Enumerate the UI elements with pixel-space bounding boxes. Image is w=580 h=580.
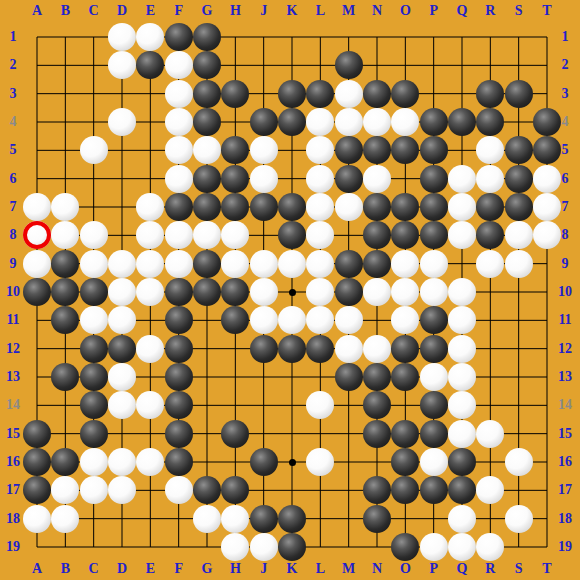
stone-black-A16[interactable] [23, 448, 51, 476]
stone-black-H3[interactable] [221, 80, 249, 108]
stone-white-C8[interactable] [80, 221, 108, 249]
col-label-top-P: P [429, 4, 438, 18]
stone-black-H15[interactable] [221, 420, 249, 448]
stone-black-F1[interactable] [165, 23, 193, 51]
stone-black-N15[interactable] [363, 420, 391, 448]
stone-black-F11[interactable] [165, 306, 193, 334]
stone-white-H18[interactable] [221, 505, 249, 533]
stone-white-P16[interactable] [420, 448, 448, 476]
stone-black-R3[interactable] [476, 80, 504, 108]
stone-black-M13[interactable] [335, 363, 363, 391]
stone-black-P17[interactable] [420, 476, 448, 504]
stone-black-J4[interactable] [250, 108, 278, 136]
row-label-left-6: 6 [10, 172, 17, 186]
stone-black-G10[interactable] [193, 278, 221, 306]
stone-black-F7[interactable] [165, 193, 193, 221]
row-label-left-15: 15 [6, 427, 20, 441]
col-label-top-S: S [515, 4, 523, 18]
stone-black-J12[interactable] [250, 335, 278, 363]
row-label-right-18: 18 [558, 512, 572, 526]
row-label-left-14: 14 [6, 398, 20, 412]
row-label-right-12: 12 [558, 342, 572, 356]
stone-white-J10[interactable] [250, 278, 278, 306]
row-label-left-1: 1 [10, 30, 17, 44]
stone-black-M6[interactable] [335, 165, 363, 193]
stone-black-N13[interactable] [363, 363, 391, 391]
stone-black-O12[interactable] [391, 335, 419, 363]
stone-white-J11[interactable] [250, 306, 278, 334]
stone-black-F14[interactable] [165, 391, 193, 419]
stone-white-M12[interactable] [335, 335, 363, 363]
stone-white-F4[interactable] [165, 108, 193, 136]
stone-white-C11[interactable] [80, 306, 108, 334]
stone-white-G18[interactable] [193, 505, 221, 533]
stone-black-K4[interactable] [278, 108, 306, 136]
row-label-right-9: 9 [562, 257, 569, 271]
col-label-top-O: O [400, 4, 411, 18]
col-label-bottom-A: A [32, 562, 42, 576]
stone-white-S9[interactable] [505, 250, 533, 278]
col-label-top-T: T [542, 4, 551, 18]
col-label-bottom-M: M [342, 562, 355, 576]
stone-black-D12[interactable] [108, 335, 136, 363]
row-label-right-11: 11 [558, 313, 571, 327]
stone-black-F10[interactable] [165, 278, 193, 306]
stone-black-H6[interactable] [221, 165, 249, 193]
row-label-right-3: 3 [562, 87, 569, 101]
stone-white-P19[interactable] [420, 533, 448, 561]
row-label-right-14: 14 [558, 398, 572, 412]
stone-black-G1[interactable] [193, 23, 221, 51]
row-label-left-18: 18 [6, 512, 20, 526]
stone-black-F12[interactable] [165, 335, 193, 363]
stone-black-Q16[interactable] [448, 448, 476, 476]
stone-white-Q7[interactable] [448, 193, 476, 221]
stone-black-K18[interactable] [278, 505, 306, 533]
row-label-left-10: 10 [6, 285, 20, 299]
col-label-bottom-D: D [117, 562, 127, 576]
stone-white-Q6[interactable] [448, 165, 476, 193]
col-label-bottom-E: E [146, 562, 155, 576]
row-label-left-5: 5 [10, 143, 17, 157]
row-label-right-2: 2 [562, 58, 569, 72]
col-label-top-L: L [316, 4, 325, 18]
stone-black-Q4[interactable] [448, 108, 476, 136]
row-label-left-4: 4 [10, 115, 17, 129]
stone-black-S7[interactable] [505, 193, 533, 221]
stone-black-G3[interactable] [193, 80, 221, 108]
stone-white-J5[interactable] [250, 136, 278, 164]
col-label-bottom-L: L [316, 562, 325, 576]
stone-white-M4[interactable] [335, 108, 363, 136]
stone-white-C9[interactable] [80, 250, 108, 278]
stone-black-L3[interactable] [306, 80, 334, 108]
row-label-right-7: 7 [562, 200, 569, 214]
stone-white-P10[interactable] [420, 278, 448, 306]
col-label-bottom-Q: Q [457, 562, 468, 576]
stone-black-P5[interactable] [420, 136, 448, 164]
stone-black-K3[interactable] [278, 80, 306, 108]
stone-white-Q10[interactable] [448, 278, 476, 306]
col-label-bottom-J: J [260, 562, 267, 576]
stone-black-P4[interactable] [420, 108, 448, 136]
col-label-bottom-S: S [515, 562, 523, 576]
stone-white-K9[interactable] [278, 250, 306, 278]
stone-black-M2[interactable] [335, 51, 363, 79]
row-label-right-1: 1 [562, 30, 569, 44]
stone-black-J18[interactable] [250, 505, 278, 533]
stone-white-F9[interactable] [165, 250, 193, 278]
col-label-bottom-P: P [429, 562, 438, 576]
row-label-right-15: 15 [558, 427, 572, 441]
row-label-left-2: 2 [10, 58, 17, 72]
stone-white-Q18[interactable] [448, 505, 476, 533]
col-label-top-F: F [174, 4, 183, 18]
stone-white-S18[interactable] [505, 505, 533, 533]
col-label-bottom-R: R [485, 562, 495, 576]
col-label-top-R: R [485, 4, 495, 18]
star-point-K16 [289, 459, 296, 466]
stone-black-F15[interactable] [165, 420, 193, 448]
col-label-bottom-K: K [287, 562, 298, 576]
stone-white-J9[interactable] [250, 250, 278, 278]
row-label-right-5: 5 [562, 143, 569, 157]
stone-black-G9[interactable] [193, 250, 221, 278]
stone-black-C14[interactable] [80, 391, 108, 419]
stone-black-G7[interactable] [193, 193, 221, 221]
stone-black-S6[interactable] [505, 165, 533, 193]
stone-white-D9[interactable] [108, 250, 136, 278]
stone-black-P14[interactable] [420, 391, 448, 419]
stone-black-F16[interactable] [165, 448, 193, 476]
stone-white-L6[interactable] [306, 165, 334, 193]
stone-black-M9[interactable] [335, 250, 363, 278]
stone-white-F2[interactable] [165, 51, 193, 79]
stone-white-D13[interactable] [108, 363, 136, 391]
stone-white-S8[interactable] [505, 221, 533, 249]
row-label-left-13: 13 [6, 370, 20, 384]
stone-white-Q19[interactable] [448, 533, 476, 561]
stone-white-S16[interactable] [505, 448, 533, 476]
row-label-right-13: 13 [558, 370, 572, 384]
stone-white-A7[interactable] [23, 193, 51, 221]
col-label-top-E: E [146, 4, 155, 18]
stone-white-N12[interactable] [363, 335, 391, 363]
stone-black-K12[interactable] [278, 335, 306, 363]
row-label-left-3: 3 [10, 87, 17, 101]
stone-white-A18[interactable] [23, 505, 51, 533]
stone-white-F5[interactable] [165, 136, 193, 164]
row-label-left-7: 7 [10, 200, 17, 214]
stone-white-J6[interactable] [250, 165, 278, 193]
col-label-top-D: D [117, 4, 127, 18]
stone-black-P15[interactable] [420, 420, 448, 448]
row-label-right-8: 8 [562, 228, 569, 242]
row-label-left-8: 8 [10, 228, 17, 242]
stone-white-Q13[interactable] [448, 363, 476, 391]
stone-white-P9[interactable] [420, 250, 448, 278]
col-label-top-N: N [372, 4, 382, 18]
stone-white-N4[interactable] [363, 108, 391, 136]
stone-black-T4[interactable] [533, 108, 561, 136]
col-label-bottom-B: B [61, 562, 70, 576]
row-label-right-6: 6 [562, 172, 569, 186]
stone-black-C10[interactable] [80, 278, 108, 306]
stone-black-F13[interactable] [165, 363, 193, 391]
stone-black-C13[interactable] [80, 363, 108, 391]
stone-white-P13[interactable] [420, 363, 448, 391]
col-label-bottom-C: C [89, 562, 99, 576]
stone-white-R9[interactable] [476, 250, 504, 278]
stone-black-G6[interactable] [193, 165, 221, 193]
stone-black-P8[interactable] [420, 221, 448, 249]
col-label-bottom-N: N [372, 562, 382, 576]
stone-white-C17[interactable] [80, 476, 108, 504]
stone-black-K7[interactable] [278, 193, 306, 221]
col-label-top-K: K [287, 4, 298, 18]
col-label-top-B: B [61, 4, 70, 18]
stone-black-C15[interactable] [80, 420, 108, 448]
stone-white-F17[interactable] [165, 476, 193, 504]
stone-black-S5[interactable] [505, 136, 533, 164]
col-label-top-M: M [342, 4, 355, 18]
row-label-right-16: 16 [558, 455, 572, 469]
stone-black-P7[interactable] [420, 193, 448, 221]
row-label-left-16: 16 [6, 455, 20, 469]
stone-white-F8[interactable] [165, 221, 193, 249]
stone-black-J16[interactable] [250, 448, 278, 476]
col-label-top-G: G [202, 4, 213, 18]
stone-white-M3[interactable] [335, 80, 363, 108]
col-label-bottom-G: G [202, 562, 213, 576]
stone-white-N6[interactable] [363, 165, 391, 193]
stone-white-T7[interactable] [533, 193, 561, 221]
col-label-top-C: C [89, 4, 99, 18]
stone-white-Q12[interactable] [448, 335, 476, 363]
row-label-right-4: 4 [562, 115, 569, 129]
col-label-bottom-H: H [230, 562, 241, 576]
stone-white-F3[interactable] [165, 80, 193, 108]
stone-white-O9[interactable] [391, 250, 419, 278]
star-point-K10 [289, 289, 296, 296]
stone-black-P6[interactable] [420, 165, 448, 193]
row-label-left-11: 11 [6, 313, 19, 327]
stone-white-D1[interactable] [108, 23, 136, 51]
stone-white-A9[interactable] [23, 250, 51, 278]
row-label-right-17: 17 [558, 483, 572, 497]
stone-black-M5[interactable] [335, 136, 363, 164]
row-label-left-9: 9 [10, 257, 17, 271]
stone-white-B18[interactable] [51, 505, 79, 533]
col-label-bottom-T: T [542, 562, 551, 576]
stone-black-P12[interactable] [420, 335, 448, 363]
stone-black-N9[interactable] [363, 250, 391, 278]
stone-black-C12[interactable] [80, 335, 108, 363]
stone-white-J19[interactable] [250, 533, 278, 561]
col-label-top-H: H [230, 4, 241, 18]
stone-black-P11[interactable] [420, 306, 448, 334]
stone-black-A10[interactable] [23, 278, 51, 306]
row-label-left-19: 19 [6, 540, 20, 554]
stone-black-K19[interactable] [278, 533, 306, 561]
stone-white-M7[interactable] [335, 193, 363, 221]
stone-black-A15[interactable] [23, 420, 51, 448]
row-label-left-12: 12 [6, 342, 20, 356]
row-label-left-17: 17 [6, 483, 20, 497]
stone-black-L12[interactable] [306, 335, 334, 363]
stone-white-Q15[interactable] [448, 420, 476, 448]
stone-black-N18[interactable] [363, 505, 391, 533]
stone-white-T6[interactable] [533, 165, 561, 193]
stone-black-O15[interactable] [391, 420, 419, 448]
stone-white-D10[interactable] [108, 278, 136, 306]
stone-white-D16[interactable] [108, 448, 136, 476]
stone-black-N3[interactable] [363, 80, 391, 108]
stone-white-E12[interactable] [136, 335, 164, 363]
stone-white-D4[interactable] [108, 108, 136, 136]
stone-black-S3[interactable] [505, 80, 533, 108]
stone-white-E9[interactable] [136, 250, 164, 278]
row-label-right-19: 19 [558, 540, 572, 554]
stone-white-F6[interactable] [165, 165, 193, 193]
stone-white-R6[interactable] [476, 165, 504, 193]
go-board: AABBCCDDEEFFGGHHJJKKLLMMNNOOPPQQRRSSTT11… [0, 0, 580, 580]
stone-black-B9[interactable] [51, 250, 79, 278]
stone-white-M11[interactable] [335, 306, 363, 334]
stone-white-N10[interactable] [363, 278, 391, 306]
stone-white-C5[interactable] [80, 136, 108, 164]
stone-black-J7[interactable] [250, 193, 278, 221]
stone-black-O3[interactable] [391, 80, 419, 108]
stone-white-L9[interactable] [306, 250, 334, 278]
stone-white-R15[interactable] [476, 420, 504, 448]
col-label-top-A: A [32, 4, 42, 18]
stone-white-H9[interactable] [221, 250, 249, 278]
stone-black-G4[interactable] [193, 108, 221, 136]
stone-black-N7[interactable] [363, 193, 391, 221]
col-label-bottom-O: O [400, 562, 411, 576]
row-label-right-10: 10 [558, 285, 572, 299]
col-label-top-Q: Q [457, 4, 468, 18]
col-label-bottom-F: F [174, 562, 183, 576]
stone-black-M10[interactable] [335, 278, 363, 306]
stone-white-C16[interactable] [80, 448, 108, 476]
col-label-top-J: J [260, 4, 267, 18]
